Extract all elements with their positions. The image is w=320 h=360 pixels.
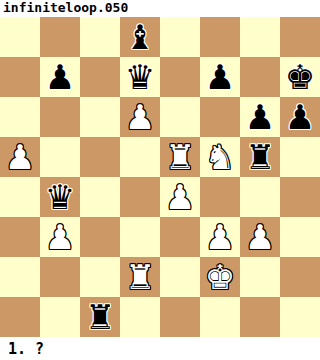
square-e6[interactable] [160,97,200,137]
square-d6[interactable]: ♟ [120,97,160,137]
square-d7[interactable]: ♛ [120,57,160,97]
square-b5[interactable] [40,137,80,177]
piece-black-king[interactable]: ♚ [285,57,315,97]
square-c3[interactable] [80,217,120,257]
square-b3[interactable]: ♟ [40,217,80,257]
piece-black-queen[interactable]: ♛ [125,57,155,97]
square-a7[interactable] [0,57,40,97]
piece-black-queen[interactable]: ♛ [45,177,75,217]
square-a2[interactable] [0,257,40,297]
square-e4[interactable]: ♟ [160,177,200,217]
piece-black-rook[interactable]: ♜ [245,137,275,177]
piece-white-knight[interactable]: ♞ [205,137,235,177]
square-b8[interactable] [40,17,80,57]
square-g2[interactable] [240,257,280,297]
square-d4[interactable] [120,177,160,217]
square-e2[interactable] [160,257,200,297]
square-c4[interactable] [80,177,120,217]
piece-black-pawn[interactable]: ♟ [205,57,235,97]
square-g5[interactable]: ♜ [240,137,280,177]
square-b2[interactable] [40,257,80,297]
square-f5[interactable]: ♞ [200,137,240,177]
square-b6[interactable] [40,97,80,137]
square-d3[interactable] [120,217,160,257]
piece-black-pawn[interactable]: ♟ [245,97,275,137]
piece-white-pawn[interactable]: ♟ [125,97,155,137]
square-a8[interactable] [0,17,40,57]
square-h5[interactable] [280,137,320,177]
piece-black-bishop[interactable]: ♝ [125,17,155,57]
square-a3[interactable] [0,217,40,257]
piece-white-pawn[interactable]: ♟ [5,137,35,177]
square-c1[interactable]: ♜ [80,297,120,337]
square-f4[interactable] [200,177,240,217]
move-prompt: 1. ? [0,337,320,360]
square-g8[interactable] [240,17,280,57]
square-d8[interactable]: ♝ [120,17,160,57]
square-h7[interactable]: ♚ [280,57,320,97]
piece-white-pawn[interactable]: ♟ [205,217,235,257]
square-b7[interactable]: ♟ [40,57,80,97]
piece-white-rook[interactable]: ♜ [125,257,155,297]
square-e5[interactable]: ♜ [160,137,200,177]
square-c7[interactable] [80,57,120,97]
square-b1[interactable] [40,297,80,337]
square-d5[interactable] [120,137,160,177]
square-g4[interactable] [240,177,280,217]
square-e8[interactable] [160,17,200,57]
chess-board: ♝♟♛♟♚♟♟♟♟♜♞♜♛♟♟♟♟♜♚♜ [0,17,320,337]
piece-white-pawn[interactable]: ♟ [165,177,195,217]
square-d1[interactable] [120,297,160,337]
square-d2[interactable]: ♜ [120,257,160,297]
piece-black-rook[interactable]: ♜ [85,297,115,337]
piece-white-pawn[interactable]: ♟ [245,217,275,257]
square-h1[interactable] [280,297,320,337]
piece-white-pawn[interactable]: ♟ [45,217,75,257]
square-f8[interactable] [200,17,240,57]
piece-white-king[interactable]: ♚ [205,257,235,297]
square-f3[interactable]: ♟ [200,217,240,257]
square-f1[interactable] [200,297,240,337]
square-e1[interactable] [160,297,200,337]
square-h3[interactable] [280,217,320,257]
square-b4[interactable]: ♛ [40,177,80,217]
square-c8[interactable] [80,17,120,57]
square-a5[interactable]: ♟ [0,137,40,177]
square-g1[interactable] [240,297,280,337]
square-f2[interactable]: ♚ [200,257,240,297]
square-c2[interactable] [80,257,120,297]
chess-app-window: infiniteloop.050 ♝♟♛♟♚♟♟♟♟♜♞♜♛♟♟♟♟♜♚♜ 1.… [0,0,320,360]
square-h6[interactable]: ♟ [280,97,320,137]
piece-black-pawn[interactable]: ♟ [285,97,315,137]
square-g7[interactable] [240,57,280,97]
window-title: infiniteloop.050 [0,0,320,17]
square-a4[interactable] [0,177,40,217]
square-g6[interactable]: ♟ [240,97,280,137]
square-c5[interactable] [80,137,120,177]
square-e7[interactable] [160,57,200,97]
square-a6[interactable] [0,97,40,137]
square-h4[interactable] [280,177,320,217]
square-h2[interactable] [280,257,320,297]
square-g3[interactable]: ♟ [240,217,280,257]
square-e3[interactable] [160,217,200,257]
square-f7[interactable]: ♟ [200,57,240,97]
square-f6[interactable] [200,97,240,137]
piece-black-pawn[interactable]: ♟ [45,57,75,97]
square-h8[interactable] [280,17,320,57]
square-c6[interactable] [80,97,120,137]
piece-white-rook[interactable]: ♜ [165,137,195,177]
square-a1[interactable] [0,297,40,337]
